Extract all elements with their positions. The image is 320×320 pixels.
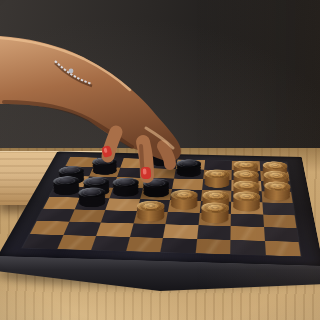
ring-finger (163, 146, 170, 164)
bracelet-charm (69, 69, 74, 74)
nail-middle (141, 167, 152, 180)
photo-scene (0, 0, 320, 320)
hand-overlay (0, 0, 320, 320)
finger-shadow (126, 187, 176, 199)
forearm-hand (0, 36, 181, 162)
